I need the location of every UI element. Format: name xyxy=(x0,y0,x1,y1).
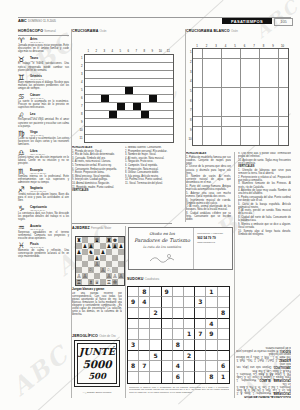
white-crossword-row-label: 2 xyxy=(187,58,192,67)
sudoku-cell xyxy=(173,351,184,362)
clue-line: 1. Utensilio de labranza que sirve para … xyxy=(238,169,291,175)
white-crossword-cell xyxy=(279,97,288,106)
crossword-col-label: 9 xyxy=(149,49,157,53)
sudoku-cell xyxy=(218,297,229,308)
white-crossword-row-label: 1 xyxy=(187,48,192,57)
crossword-cell xyxy=(141,71,149,79)
sudoku-cell: 2 xyxy=(150,308,161,319)
zodiac-icon: ♈ xyxy=(18,37,25,45)
zodiac-icon: ♉ xyxy=(18,56,25,64)
crossword-cell xyxy=(125,127,133,135)
zodiac-dates: (21-3 al 20-4) xyxy=(30,41,69,43)
white-crossword-cell xyxy=(231,68,240,77)
crossword-cell xyxy=(85,103,93,111)
solution-entry: CRUCIGRAMA BLANCO. Horizontales: 1. Pint… xyxy=(236,369,291,381)
white-crossword-cell xyxy=(212,49,221,58)
crossword-clues: HORIZONTALES1. Prenda de vestir. Vocal.2… xyxy=(72,146,172,222)
sudoku-cell xyxy=(206,351,217,362)
clue-line: 1. Población madrileña famosa por sus cu… xyxy=(186,156,231,165)
clue-line: 9. Que tiene alas y puede volar. Termina… xyxy=(238,152,291,158)
white-crossword-cell xyxy=(269,127,278,136)
crossword-cell xyxy=(85,127,93,135)
horoscope-sign: ♌Leo(23-7 al 22-8)Recuperará una vieja a… xyxy=(18,112,69,128)
sudoku-cell xyxy=(206,297,217,308)
jeroglifico-word-2: 5000 xyxy=(82,358,111,370)
horoscope-sign: ♐Sagitario(23-11 al 21-12)Tendrá noticia… xyxy=(18,186,69,202)
white-crossword-cell xyxy=(250,97,259,106)
white-crossword-col-label: 7 xyxy=(250,44,259,48)
clue-line: 11. Vocal. Terminación del plural. xyxy=(125,182,172,185)
white-crossword-cell xyxy=(222,68,231,77)
crossword-column-numbers: 1234567891011 xyxy=(85,49,173,53)
crossword-byline: Ocón xyxy=(99,29,106,33)
crossword-row-label: 6 xyxy=(78,94,83,102)
zodiac-text: El trabajo le traerá satisfacciones. Una… xyxy=(18,62,69,71)
white-crossword-cell xyxy=(222,49,231,58)
crossword-cell xyxy=(149,71,157,79)
clue-line: 5. Adornar una cosa con mucho esmero. Vo… xyxy=(186,192,231,198)
clue-line: 8. Ciudad del norte de Italia. Consonant… xyxy=(238,216,291,222)
horoscope-sign: ♎Libra(23-9 al 22-10)Deberá tomar una de… xyxy=(18,149,69,165)
sudoku-cell xyxy=(150,372,161,383)
crossword-cell xyxy=(109,135,117,143)
chess-caption: Juegan blancas y ganan xyxy=(72,287,124,291)
white-crossword-col-label: 2 xyxy=(202,44,211,48)
crossword-cell xyxy=(157,111,165,119)
crossword-cell xyxy=(141,87,149,95)
white-crossword-cell xyxy=(231,59,240,68)
crossword-cell xyxy=(85,71,93,79)
crossword-cell xyxy=(157,79,165,87)
white-crossword-row-label: 8 xyxy=(187,116,192,125)
crossword-col-label: 3 xyxy=(101,49,109,53)
white-crossword-cell xyxy=(212,117,221,126)
crossword-cell xyxy=(141,55,149,63)
white-crossword-cell xyxy=(212,59,221,68)
crossword-cell xyxy=(165,71,173,79)
jeroglifico-box: JUNTÉ 5000 500 xyxy=(74,340,120,387)
horoscope-sign: ♋Cáncer(22-6 al 22-7)La suerte le acompa… xyxy=(18,93,69,109)
jeroglifico-box-inner: JUNTÉ 5000 500 xyxy=(77,343,118,385)
sudoku-cell: 8 xyxy=(139,287,150,298)
white-crossword-cell xyxy=(250,88,259,97)
horoscope-byline: Semanal xyxy=(44,29,55,33)
chess-commentary: De una partida reciente por corresponden… xyxy=(72,292,122,332)
solution-label: CRUCIGRAMA BLANCO. xyxy=(256,378,291,381)
solution-entry: JEROGLÍFICO. Dejaron solo uno (deja, ron… xyxy=(236,362,291,368)
sudoku-cell: 9 xyxy=(162,287,173,298)
sudoku-cell xyxy=(173,287,184,298)
crossword-cell xyxy=(109,71,117,79)
zodiac-icon: ♋ xyxy=(18,93,25,101)
white-crossword-title: CRUCIGRAMA BLANCO Ocón xyxy=(186,29,292,33)
zodiac-text: Buen momento para el diálogo. No deje pa… xyxy=(18,81,69,90)
sudoku-cell: 4 xyxy=(139,297,150,308)
sudoku-cell xyxy=(218,329,229,340)
horoscope-sign: ♓Piscis(20-2 al 20-3)Momento de calma y … xyxy=(18,242,69,258)
clue-line: 6. Instrumento musical de cuerda. Símbol… xyxy=(186,199,231,205)
crossword-cell xyxy=(141,111,149,119)
white-crossword-cell xyxy=(260,97,269,106)
white-crossword-cell xyxy=(269,49,278,58)
crossword-col-label: 1 xyxy=(85,49,93,53)
white-crossword-cell xyxy=(231,127,240,136)
white-crossword-cell xyxy=(260,59,269,68)
white-crossword-cell xyxy=(231,117,240,126)
white-crossword-cell xyxy=(193,97,202,106)
horoscope-sign: ♒Acuario(21-1 al 19-2)Sorpresas agradabl… xyxy=(18,224,69,240)
crossword-cell xyxy=(93,127,101,135)
crossword-cell xyxy=(133,111,141,119)
sudoku-cell xyxy=(206,340,217,351)
white-crossword-col-label: 9 xyxy=(269,44,278,48)
solution-entry: SUDOKU. El tablero resuelto se publicará… xyxy=(236,346,291,352)
white-crossword-cell xyxy=(212,136,221,145)
crossword-cell xyxy=(157,95,165,103)
white-crossword-cell xyxy=(279,127,288,136)
white-crossword-cell xyxy=(250,59,259,68)
crossword-cell xyxy=(165,95,173,103)
crossword-cell xyxy=(149,55,157,63)
chess-byline: Fernando Visier xyxy=(91,226,111,230)
sudoku-cell: 1 xyxy=(184,329,195,340)
white-crossword-row-label: 7 xyxy=(187,106,192,115)
white-crossword-col-label: 8 xyxy=(259,44,268,48)
crossword-cell xyxy=(117,71,125,79)
ad-sketch-icon xyxy=(149,253,175,263)
crossword-cell xyxy=(149,119,157,127)
crossword-clues-col1: HORIZONTALES1. Prenda de vestir. Vocal.2… xyxy=(72,146,119,222)
crossword-cell xyxy=(149,95,157,103)
white-crossword-cell xyxy=(260,107,269,116)
sudoku-cell xyxy=(184,308,195,319)
sudoku-cell: 4 xyxy=(206,319,217,330)
white-crossword-cell xyxy=(260,127,269,136)
clue-line: 7. Al revés, percibí un sonido. Nota mus… xyxy=(238,209,291,215)
sudoku-cell: 1 xyxy=(206,287,217,298)
white-crossword-cell xyxy=(279,68,288,77)
white-crossword-cell xyxy=(241,97,250,106)
white-crossword-row-label: 4 xyxy=(187,77,192,86)
white-crossword-cell xyxy=(250,78,259,87)
crossword-cell xyxy=(125,95,133,103)
sudoku-cell xyxy=(173,329,184,340)
white-crossword-cell xyxy=(203,97,212,106)
crossword-cell xyxy=(125,103,133,111)
white-crossword-col-label: 3 xyxy=(212,44,221,48)
clue-line: 2. Río de Italia. Artículo determinado. xyxy=(72,153,119,156)
white-crossword-cell xyxy=(279,49,288,58)
crossword-cell xyxy=(85,55,93,63)
solution-label: AJEDREZ. xyxy=(277,358,291,361)
sudoku-cell: 9 xyxy=(206,329,217,340)
white-crossword-cell xyxy=(250,49,259,58)
solution-label: SUDOKU. xyxy=(278,349,291,352)
white-crossword-cell xyxy=(269,136,278,145)
sudoku-cell xyxy=(184,297,195,308)
sudoku-cell xyxy=(195,351,206,362)
crossword-cell xyxy=(93,95,101,103)
crossword-row-label: 4 xyxy=(78,78,83,86)
jeroglifico-byline: Ocón de Oro xyxy=(99,334,116,338)
crossword-cell xyxy=(109,55,117,63)
crossword-cell xyxy=(101,111,109,119)
white-crossword-clues-col1: HORIZONTALES1. Población madrileña famos… xyxy=(186,152,231,222)
sudoku-cell xyxy=(139,319,150,330)
jeroglifico-title-text: JEROGLÍFICO xyxy=(72,334,98,338)
white-crossword-cell xyxy=(193,127,202,136)
crossword-cell xyxy=(109,103,117,111)
white-crossword-cell xyxy=(231,107,240,116)
white-crossword-row-label: 3 xyxy=(187,68,192,77)
crossword-cell xyxy=(101,135,109,143)
white-crossword-cell xyxy=(279,88,288,97)
white-crossword-cell xyxy=(222,136,231,145)
chess-title-text: AJEDREZ xyxy=(72,226,90,230)
chessboard: ♜♛♜♚♟♟♟♟♟♟♞♟♟♙♘♙♘♙♙♙♙♙♖♗♕♖♔ xyxy=(75,236,125,286)
horoscope-sign: ♑Capricornio(22-12 al 20-1)La constancia… xyxy=(18,205,69,221)
white-crossword-cell xyxy=(203,107,212,116)
zodiac-dates: (21-1 al 19-2) xyxy=(30,228,69,230)
sudoku-byline: Cuadratura xyxy=(145,277,159,281)
crossword-cell xyxy=(93,111,101,119)
white-crossword-cell xyxy=(212,88,221,97)
white-crossword-cell xyxy=(241,117,250,126)
crossword-cell xyxy=(109,63,117,71)
clue-line: 8. Ciudad andaluza célebre por su feria.… xyxy=(186,212,231,221)
crossword-cell xyxy=(101,63,109,71)
horoscope-sign: ♉Tauro(21-4 al 20-5)El trabajo le traerá… xyxy=(18,56,69,72)
white-crossword-row-numbers: 12345678910 xyxy=(187,48,192,144)
crossword-cell xyxy=(85,119,93,127)
sudoku-cell xyxy=(218,319,229,330)
crossword-cell xyxy=(133,95,141,103)
sudoku-cell xyxy=(162,361,173,372)
sudoku-cell xyxy=(184,361,195,372)
crossword-cell xyxy=(101,95,109,103)
jeroglifico-title: JEROGLÍFICO Ocón de Oro xyxy=(72,334,124,338)
sudoku-cell xyxy=(150,297,161,308)
crossword-col-label: 4 xyxy=(109,49,117,53)
crossword-col-label: 8 xyxy=(141,49,149,53)
horoscope-sign: ♍Virgo(23-8 al 22-9)Cuide su salud y su … xyxy=(18,130,69,146)
sudoku-cell xyxy=(173,297,184,308)
horoscope-rule xyxy=(18,35,69,36)
crossword-cell xyxy=(125,63,133,71)
white-crossword-cell xyxy=(231,136,240,145)
column-divider xyxy=(71,29,72,398)
white-crossword-cell xyxy=(203,59,212,68)
crossword-row-label: 9 xyxy=(78,118,83,126)
white-crossword-cell xyxy=(203,49,212,58)
zodiac-icon: ♐ xyxy=(18,186,25,194)
clue-line: 10. Apócope de santo. Siglas muy frecuen… xyxy=(238,159,291,165)
sudoku-cell xyxy=(128,308,139,319)
zodiac-text: La suerte le acompaña en lo económico. P… xyxy=(18,100,69,109)
sudoku-cell: 8 xyxy=(128,361,139,372)
white-crossword-col-label: 4 xyxy=(221,44,230,48)
crossword-cell xyxy=(141,135,149,143)
white-crossword-cell xyxy=(203,136,212,145)
sudoku-title-text: SUDOKU xyxy=(127,277,143,281)
crossword-cell xyxy=(93,119,101,127)
white-crossword-byline: Ocón xyxy=(231,29,238,33)
sudoku-cell xyxy=(184,287,195,298)
sudoku-cell xyxy=(218,351,229,362)
white-crossword-cell xyxy=(231,49,240,58)
crossword-cell xyxy=(157,127,165,135)
solutions-block: SOLUCIONES AL NÚMERO ANTERIORCRUCIGRAMA.… xyxy=(236,314,291,398)
sudoku-cell xyxy=(162,308,173,319)
sudoku-cell xyxy=(139,351,150,362)
horoscope-title: HORÓSCOPO Semanal xyxy=(18,29,69,33)
crossword-grid xyxy=(84,54,174,144)
zodiac-icon: ♏ xyxy=(18,168,25,176)
crossword-cell xyxy=(117,79,125,87)
white-crossword-cell xyxy=(203,117,212,126)
crossword-cell xyxy=(149,135,157,143)
clue-line: 3. Nombre de varón. Al revés, corriente … xyxy=(186,175,231,184)
jeroglifico-word-1: JUNTÉ xyxy=(79,346,115,357)
crossword-cell xyxy=(157,63,165,71)
crossword-row-label: 2 xyxy=(78,62,83,70)
zodiac-text: Semana intensa en lo profesional. Evite … xyxy=(18,175,69,184)
zodiac-icon: ♍ xyxy=(18,130,25,138)
zodiac-icon: ♒ xyxy=(18,224,25,232)
white-crossword-cell xyxy=(193,49,202,58)
sudoku-cell xyxy=(162,319,173,330)
sudoku-cell xyxy=(218,287,229,298)
zodiac-icon: ♓ xyxy=(18,242,25,250)
ad-line-1: Otoño en los xyxy=(133,231,191,236)
crossword-cell xyxy=(141,127,149,135)
white-crossword-col-label: 10 xyxy=(278,44,287,48)
crossword-cell xyxy=(93,79,101,87)
crossword-cell xyxy=(165,135,173,143)
white-crossword-cell xyxy=(250,107,259,116)
crossword-cell xyxy=(157,103,165,111)
crossword-cell xyxy=(133,71,141,79)
sudoku-cell xyxy=(162,340,173,351)
crossword-cell xyxy=(85,95,93,103)
white-crossword-column-numbers: 12345678910 xyxy=(193,44,288,48)
white-crossword-cell xyxy=(193,68,202,77)
sudoku-cell xyxy=(150,361,161,372)
crossword-cell xyxy=(133,79,141,87)
crossword-col-label: 2 xyxy=(93,49,101,53)
sudoku-cell xyxy=(162,372,173,383)
sudoku-cell xyxy=(150,340,161,351)
crossword-cell xyxy=(157,87,165,95)
crossword-cell xyxy=(101,127,109,135)
white-crossword-cell xyxy=(222,59,231,68)
crossword-cell xyxy=(165,55,173,63)
crossword-cell xyxy=(101,79,109,87)
white-crossword-col-label: 1 xyxy=(193,44,202,48)
crossword-cell xyxy=(125,79,133,87)
sudoku-grid: 89194328417938528746681 xyxy=(127,286,230,384)
white-crossword-cell xyxy=(241,68,250,77)
crossword-cell xyxy=(93,55,101,63)
white-crossword-cell xyxy=(222,107,231,116)
clue-line: 3. Mamífero rumiante de los Pirineos. Al… xyxy=(238,182,291,188)
sudoku-cell xyxy=(139,308,150,319)
crossword-cell xyxy=(141,119,149,127)
white-crossword-cell xyxy=(269,68,278,77)
zodiac-icon: ♊ xyxy=(18,74,25,82)
sudoku-cell: 3 xyxy=(195,297,206,308)
crossword-cell xyxy=(133,103,141,111)
crossword-cell xyxy=(125,71,133,79)
white-crossword-cell xyxy=(279,59,288,68)
white-crossword-cell xyxy=(222,127,231,136)
clue-line: 10. Someta algo al fuego hasta dorarlo. … xyxy=(238,230,291,236)
crossword-cell xyxy=(125,55,133,63)
zodiac-text: Momento de calma y reflexión. Una conver… xyxy=(18,249,69,258)
sudoku-cell xyxy=(173,308,184,319)
white-crossword-cell xyxy=(269,107,278,116)
crossword-cell xyxy=(101,55,109,63)
sudoku-cell: 7 xyxy=(139,361,150,372)
sudoku-cell xyxy=(150,329,161,340)
zodiac-icon: ♎ xyxy=(18,149,25,157)
white-crossword-cell xyxy=(269,117,278,126)
crossword-cell xyxy=(125,119,133,127)
ad-contact-1: Información y reservas: xyxy=(197,232,230,235)
crossword-cell xyxy=(141,103,149,111)
crossword-cell xyxy=(101,87,109,95)
crossword-cell xyxy=(101,103,109,111)
clue-heading: VERTICALES xyxy=(72,189,119,192)
white-crossword-col-label: 6 xyxy=(240,44,249,48)
white-crossword-cell xyxy=(269,97,278,106)
ad-line-2: Paradores de Turismo xyxy=(133,237,191,243)
sudoku-cell xyxy=(184,340,195,351)
white-crossword-cell xyxy=(203,88,212,97)
sudoku-instructions: Complete el tablero (con 9 cuadrados) de… xyxy=(129,387,229,397)
crossword-cell xyxy=(149,127,157,135)
zodiac-text: La constancia dará sus frutos. No descui… xyxy=(18,212,69,221)
horoscope-list: ♈Aries(21-3 al 20-4)Jornada propicia par… xyxy=(18,37,69,261)
crossword-cell xyxy=(85,63,93,71)
white-crossword-title-text: CRUCIGRAMA BLANCO xyxy=(186,29,230,33)
white-crossword-cell xyxy=(193,59,202,68)
zodiac-dates: (23-10 al 22-11) xyxy=(30,172,69,174)
crossword-cell xyxy=(125,135,133,143)
crossword-row-numbers: 1234567891011 xyxy=(78,54,83,142)
ad-main: Otoño en los Paradores de Turismo la rut… xyxy=(129,228,193,269)
crossword-cell xyxy=(93,103,101,111)
crossword-cell xyxy=(109,127,117,135)
crossword-row-label: 1 xyxy=(78,54,83,62)
sudoku-cell xyxy=(206,308,217,319)
sudoku-cell: 7 xyxy=(195,329,206,340)
column-divider xyxy=(234,152,235,398)
sudoku-cell xyxy=(139,372,150,383)
crossword-cell xyxy=(101,119,109,127)
crossword-cell xyxy=(157,55,165,63)
crossword-cell xyxy=(117,135,125,143)
white-crossword-cell xyxy=(212,97,221,106)
ad-contact: Información y reservas: 902 54 79 79 www… xyxy=(193,228,232,269)
crossword-cell xyxy=(157,135,165,143)
white-crossword-cell xyxy=(279,117,288,126)
crossword-cell xyxy=(109,87,117,95)
sudoku-cell xyxy=(206,361,217,372)
crossword-cell xyxy=(133,127,141,135)
crossword-cell xyxy=(149,103,157,111)
white-crossword-cell xyxy=(222,78,231,87)
